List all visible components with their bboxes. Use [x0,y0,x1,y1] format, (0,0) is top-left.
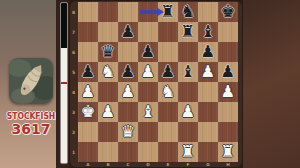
file-label: E [161,162,175,167]
square-g2[interactable] [198,122,218,142]
square-d1[interactable] [138,142,158,162]
square-b1[interactable] [98,142,118,162]
square-h3[interactable] [218,102,238,122]
player-panel-right: ♚ ♟ KOMODO DRAGON 3600 [243,0,300,168]
square-c2[interactable]: ♛ [118,122,138,142]
eval-bar [60,2,68,164]
square-f3[interactable]: ♟ [178,102,198,122]
rank-label: 5 [70,65,77,80]
square-e8[interactable]: ♜ [158,2,178,22]
file-label: H [221,162,235,167]
square-f1[interactable]: ♜ [178,142,198,162]
square-a6[interactable] [78,42,98,62]
white-pawn: ♟ [141,62,156,82]
rank-labels: 87654321 [69,2,78,162]
square-d7[interactable] [138,22,158,42]
rank-label: 7 [70,25,77,40]
square-f6[interactable] [178,42,198,62]
square-h4[interactable]: ♟ [218,82,238,102]
square-g1[interactable] [198,142,218,162]
black-pawn: ♟ [201,42,216,62]
square-d4[interactable] [138,82,158,102]
square-e7[interactable] [158,22,178,42]
square-f2[interactable] [178,122,198,142]
square-e6[interactable] [158,42,178,62]
black-king: ♚ [221,2,236,22]
square-b4[interactable] [98,82,118,102]
square-f8[interactable]: ♞ [178,2,198,22]
square-h6[interactable] [218,42,238,62]
square-c1[interactable] [118,142,138,162]
square-g8[interactable] [198,2,218,22]
stockfish-fish-icon [9,58,53,104]
white-rook: ♜ [221,142,236,162]
square-g5[interactable]: ♟ [198,62,218,82]
square-a4[interactable]: ♟ [78,82,98,102]
square-b6[interactable]: ♛ [98,42,118,62]
square-d5[interactable]: ♟ [138,62,158,82]
square-b3[interactable]: ♟ [98,102,118,122]
file-label: C [121,162,135,167]
white-pawn: ♟ [181,102,196,122]
square-a1[interactable] [78,142,98,162]
square-c6[interactable] [118,42,138,62]
square-g7[interactable]: ♝ [198,22,218,42]
rank-label: 1 [70,145,77,160]
square-a3[interactable]: ♚ [78,102,98,122]
eval-bar-center-line [61,82,67,84]
file-label: B [101,162,115,167]
white-pawn: ♟ [121,82,136,102]
file-label: D [141,162,155,167]
white-pawn: ♟ [101,102,116,122]
square-f5[interactable]: ♝ [178,62,198,82]
square-c7[interactable]: ♟ [118,22,138,42]
square-b8[interactable] [98,2,118,22]
square-a2[interactable] [78,122,98,142]
square-h2[interactable] [218,122,238,142]
black-pawn: ♟ [161,62,176,82]
black-pawn: ♟ [141,42,156,62]
square-c3[interactable] [118,102,138,122]
black-pawn: ♟ [121,62,136,82]
stockfish-logo [9,58,53,104]
square-e1[interactable] [158,142,178,162]
square-b2[interactable] [98,122,118,142]
file-label: F [181,162,195,167]
board-squares: ♜♞♚♟♜♝♛♟♟♟♞♟♟♟♝♟♟♟♟♞♟♚♟♝♟♛♜♜ [78,2,238,162]
square-e5[interactable]: ♟ [158,62,178,82]
square-h1[interactable]: ♜ [218,142,238,162]
chess-board: 87654321 ABCDEFGH ♜♞♚♟♜♝♛♟♟♟♞♟♟♟♝♟♟♟♟♞♟♚… [69,0,243,168]
white-rook: ♜ [181,142,196,162]
file-label: A [81,162,95,167]
rank-label: 6 [70,45,77,60]
file-label: G [201,162,215,167]
square-b5[interactable]: ♞ [98,62,118,82]
white-pawn: ♟ [81,82,96,102]
square-a7[interactable] [78,22,98,42]
rank-label: 3 [70,105,77,120]
rank-label: 4 [70,85,77,100]
square-g6[interactable]: ♟ [198,42,218,62]
square-h7[interactable] [218,22,238,42]
black-bishop: ♝ [201,22,216,42]
square-h5[interactable]: ♟ [218,62,238,82]
white-king: ♚ [81,102,96,122]
player-name-left: STOCKFISH [2,112,61,121]
square-c5[interactable]: ♟ [118,62,138,82]
black-queen: ♛ [101,42,116,62]
square-a5[interactable]: ♟ [78,62,98,82]
square-e2[interactable] [158,122,178,142]
white-pawn: ♟ [201,62,216,82]
rank-label: 2 [70,125,77,140]
square-f7[interactable]: ♜ [178,22,198,42]
black-bishop: ♝ [181,62,196,82]
white-bishop: ♝ [141,102,156,122]
black-rook: ♜ [161,2,176,22]
white-knight: ♞ [161,82,176,102]
black-rook: ♜ [181,22,196,42]
black-pawn: ♟ [81,62,96,82]
square-f4[interactable] [178,82,198,102]
black-pawn: ♟ [221,62,236,82]
square-a8[interactable] [78,2,98,22]
black-pawn: ♟ [121,22,136,42]
square-g4[interactable] [198,82,218,102]
square-b7[interactable] [98,22,118,42]
square-c8[interactable] [118,2,138,22]
square-c4[interactable]: ♟ [118,82,138,102]
square-d3[interactable]: ♝ [138,102,158,122]
white-pawn: ♟ [221,82,236,102]
white-queen: ♛ [121,122,136,142]
square-d6[interactable]: ♟ [138,42,158,62]
white-knight: ♞ [101,62,116,82]
black-knight: ♞ [181,2,196,22]
player-rating-left: 3617 [0,121,62,137]
rank-label: 8 [70,5,77,20]
square-e3[interactable] [158,102,178,122]
square-h8[interactable]: ♚ [218,2,238,22]
eval-bar-black-section [61,3,67,48]
file-labels: ABCDEFGH [78,161,238,168]
engine-match-frame: STOCKFISH 3617 ♚ ♟ KOMODO DRAGON 3600 87… [0,0,300,168]
square-e4[interactable]: ♞ [158,82,178,102]
square-d8[interactable] [138,2,158,22]
square-d2[interactable] [138,122,158,142]
square-g3[interactable] [198,102,218,122]
